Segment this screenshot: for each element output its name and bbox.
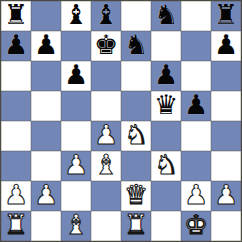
black-pawn-c6[interactable]: ♟ (64, 61, 88, 90)
square-h7[interactable]: ♟ (211, 31, 241, 61)
square-f7[interactable] (151, 31, 181, 61)
white-pawn-h2[interactable]: ♟ (214, 181, 238, 210)
square-d7[interactable]: ♚ (91, 31, 121, 61)
square-c1[interactable]: ♝ (61, 211, 91, 241)
square-c5[interactable] (61, 91, 91, 121)
black-bishop-d8[interactable]: ♝ (94, 1, 118, 30)
black-rook-h8[interactable]: ♜ (214, 1, 238, 30)
white-knight-f3[interactable]: ♞ (154, 151, 178, 180)
square-c7[interactable] (61, 31, 91, 61)
white-queen-e2[interactable]: ♛ (124, 181, 148, 210)
square-a3[interactable] (1, 151, 31, 181)
square-g8[interactable] (181, 1, 211, 31)
square-f3[interactable]: ♞ (151, 151, 181, 181)
square-h2[interactable]: ♟ (211, 181, 241, 211)
black-queen-f5[interactable]: ♛ (154, 91, 178, 120)
square-d1[interactable] (91, 211, 121, 241)
black-pawn-h7[interactable]: ♟ (214, 31, 238, 60)
square-f4[interactable] (151, 121, 181, 151)
black-rook-a8[interactable]: ♜ (4, 1, 28, 30)
square-h6[interactable] (211, 61, 241, 91)
white-pawn-c3[interactable]: ♟ (64, 151, 88, 180)
square-c3[interactable]: ♟ (61, 151, 91, 181)
white-pawn-d4[interactable]: ♟ (94, 121, 118, 150)
white-bishop-c1[interactable]: ♝ (64, 211, 88, 240)
square-a5[interactable] (1, 91, 31, 121)
square-h3[interactable] (211, 151, 241, 181)
square-h1[interactable] (211, 211, 241, 241)
square-d4[interactable]: ♟ (91, 121, 121, 151)
square-e2[interactable]: ♛ (121, 181, 151, 211)
square-a1[interactable]: ♜ (1, 211, 31, 241)
square-d8[interactable]: ♝ (91, 1, 121, 31)
square-b8[interactable] (31, 1, 61, 31)
square-b3[interactable] (31, 151, 61, 181)
square-h4[interactable] (211, 121, 241, 151)
square-g1[interactable]: ♚ (181, 211, 211, 241)
square-e1[interactable]: ♜ (121, 211, 151, 241)
square-c4[interactable] (61, 121, 91, 151)
square-d6[interactable] (91, 61, 121, 91)
square-b5[interactable] (31, 91, 61, 121)
black-knight-f8[interactable]: ♞ (154, 1, 178, 30)
square-e3[interactable] (121, 151, 151, 181)
square-a2[interactable]: ♟ (1, 181, 31, 211)
black-pawn-f6[interactable]: ♟ (154, 61, 178, 90)
square-f2[interactable] (151, 181, 181, 211)
square-g4[interactable] (181, 121, 211, 151)
black-king-d7[interactable]: ♚ (94, 31, 118, 60)
square-f8[interactable]: ♞ (151, 1, 181, 31)
black-pawn-a7[interactable]: ♟ (4, 31, 28, 60)
square-g7[interactable] (181, 31, 211, 61)
square-g6[interactable] (181, 61, 211, 91)
white-bishop-d3[interactable]: ♝ (94, 151, 118, 180)
square-h5[interactable] (211, 91, 241, 121)
square-d5[interactable] (91, 91, 121, 121)
square-f5[interactable]: ♛ (151, 91, 181, 121)
square-b2[interactable]: ♟ (31, 181, 61, 211)
square-d2[interactable] (91, 181, 121, 211)
square-b6[interactable] (31, 61, 61, 91)
white-knight-e4[interactable]: ♞ (124, 121, 148, 150)
square-b4[interactable] (31, 121, 61, 151)
white-rook-e1[interactable]: ♜ (124, 211, 148, 240)
square-e8[interactable] (121, 1, 151, 31)
square-g5[interactable]: ♟ (181, 91, 211, 121)
chess-board: ♜♝♝♞♜♟♟♚♞♟♟♟♛♟♟♞♟♝♞♟♟♛♟♟♜♝♜♚ (0, 0, 242, 242)
black-pawn-b7[interactable]: ♟ (34, 31, 58, 60)
square-a8[interactable]: ♜ (1, 1, 31, 31)
square-c2[interactable] (61, 181, 91, 211)
white-pawn-a2[interactable]: ♟ (4, 181, 28, 210)
square-b7[interactable]: ♟ (31, 31, 61, 61)
square-a6[interactable] (1, 61, 31, 91)
black-bishop-c8[interactable]: ♝ (64, 1, 88, 30)
square-c8[interactable]: ♝ (61, 1, 91, 31)
square-d3[interactable]: ♝ (91, 151, 121, 181)
white-king-g1[interactable]: ♚ (184, 211, 208, 240)
white-pawn-b2[interactable]: ♟ (34, 181, 58, 210)
square-a7[interactable]: ♟ (1, 31, 31, 61)
square-e5[interactable] (121, 91, 151, 121)
square-e4[interactable]: ♞ (121, 121, 151, 151)
square-c6[interactable]: ♟ (61, 61, 91, 91)
square-g2[interactable]: ♟ (181, 181, 211, 211)
square-f6[interactable]: ♟ (151, 61, 181, 91)
square-g3[interactable] (181, 151, 211, 181)
square-e7[interactable]: ♞ (121, 31, 151, 61)
square-f1[interactable] (151, 211, 181, 241)
square-b1[interactable] (31, 211, 61, 241)
square-e6[interactable] (121, 61, 151, 91)
white-pawn-g2[interactable]: ♟ (184, 181, 208, 210)
black-pawn-g5[interactable]: ♟ (184, 91, 208, 120)
square-h8[interactable]: ♜ (211, 1, 241, 31)
white-rook-a1[interactable]: ♜ (4, 211, 28, 240)
square-a4[interactable] (1, 121, 31, 151)
black-knight-e7[interactable]: ♞ (124, 31, 148, 60)
